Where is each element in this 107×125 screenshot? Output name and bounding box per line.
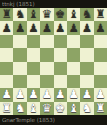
bottom-player-name: GnarTemple (1853) [2, 117, 55, 123]
black-knight-icon[interactable]: ♞ [80, 8, 93, 21]
square-b4[interactable] [13, 62, 26, 75]
white-king-icon[interactable]: ♚ [54, 102, 67, 115]
square-h7[interactable]: ♟ [94, 21, 107, 34]
black-pawn-icon[interactable]: ♟ [40, 21, 53, 34]
square-f4[interactable] [67, 62, 80, 75]
white-pawn-icon[interactable]: ♟ [0, 88, 13, 101]
white-bishop-icon[interactable]: ♝ [27, 102, 40, 115]
square-a1[interactable]: ♜ [0, 102, 13, 115]
square-h5[interactable] [94, 48, 107, 61]
square-e4[interactable] [54, 62, 67, 75]
black-knight-icon[interactable]: ♞ [13, 8, 26, 21]
square-e3[interactable] [54, 75, 67, 88]
square-b6[interactable] [13, 35, 26, 48]
square-a4[interactable] [0, 62, 13, 75]
chess-board[interactable]: ♜♞♝♛♚♝♞♜♟♟♟♟♟♟♟♟♟♟♟♟♟♟♟♟♜♞♝♛♚♝♞♜ [0, 8, 107, 115]
square-f7[interactable]: ♟ [67, 21, 80, 34]
square-d8[interactable]: ♛ [40, 8, 53, 21]
white-rook-icon[interactable]: ♜ [94, 102, 107, 115]
square-h4[interactable] [94, 62, 107, 75]
square-a6[interactable] [0, 35, 13, 48]
white-queen-icon[interactable]: ♛ [40, 102, 53, 115]
square-e6[interactable] [54, 35, 67, 48]
square-d2[interactable]: ♟ [40, 88, 53, 101]
white-rook-icon[interactable]: ♜ [0, 102, 13, 115]
square-b7[interactable]: ♟ [13, 21, 26, 34]
square-g5[interactable] [80, 48, 93, 61]
black-pawn-icon[interactable]: ♟ [0, 21, 13, 34]
square-g4[interactable] [80, 62, 93, 75]
square-h2[interactable]: ♟ [94, 88, 107, 101]
square-c1[interactable]: ♝ [27, 102, 40, 115]
square-f8[interactable]: ♝ [67, 8, 80, 21]
black-pawn-icon[interactable]: ♟ [13, 21, 26, 34]
square-f3[interactable] [67, 75, 80, 88]
square-b5[interactable] [13, 48, 26, 61]
black-pawn-icon[interactable]: ♟ [54, 21, 67, 34]
black-pawn-icon[interactable]: ♟ [80, 21, 93, 34]
black-king-icon[interactable]: ♚ [54, 8, 67, 21]
bottom-player-bar: GnarTemple (1853) [0, 115, 107, 125]
top-player-name: ttnkj (1851) [2, 1, 35, 7]
square-a3[interactable] [0, 75, 13, 88]
square-d4[interactable] [40, 62, 53, 75]
white-pawn-icon[interactable]: ♟ [67, 88, 80, 101]
square-b2[interactable]: ♟ [13, 88, 26, 101]
square-g7[interactable]: ♟ [80, 21, 93, 34]
white-pawn-icon[interactable]: ♟ [94, 88, 107, 101]
square-g8[interactable]: ♞ [80, 8, 93, 21]
square-e5[interactable] [54, 48, 67, 61]
square-f2[interactable]: ♟ [67, 88, 80, 101]
square-a8[interactable]: ♜ [0, 8, 13, 21]
square-f5[interactable] [67, 48, 80, 61]
square-d3[interactable] [40, 75, 53, 88]
square-f1[interactable]: ♝ [67, 102, 80, 115]
black-pawn-icon[interactable]: ♟ [67, 21, 80, 34]
square-b3[interactable] [13, 75, 26, 88]
square-c4[interactable] [27, 62, 40, 75]
square-c7[interactable]: ♟ [27, 21, 40, 34]
chess-game-miniature[interactable]: ttnkj (1851) ♜♞♝♛♚♝♞♜♟♟♟♟♟♟♟♟♟♟♟♟♟♟♟♟♜♞♝… [0, 0, 107, 125]
square-a2[interactable]: ♟ [0, 88, 13, 101]
square-h6[interactable] [94, 35, 107, 48]
square-g6[interactable] [80, 35, 93, 48]
square-c8[interactable]: ♝ [27, 8, 40, 21]
square-d6[interactable] [40, 35, 53, 48]
square-g3[interactable] [80, 75, 93, 88]
white-pawn-icon[interactable]: ♟ [54, 88, 67, 101]
white-pawn-icon[interactable]: ♟ [40, 88, 53, 101]
black-bishop-icon[interactable]: ♝ [27, 8, 40, 21]
square-h3[interactable] [94, 75, 107, 88]
square-c5[interactable] [27, 48, 40, 61]
black-rook-icon[interactable]: ♜ [0, 8, 13, 21]
square-f6[interactable] [67, 35, 80, 48]
square-d5[interactable] [40, 48, 53, 61]
square-g1[interactable]: ♞ [80, 102, 93, 115]
square-e2[interactable]: ♟ [54, 88, 67, 101]
square-d1[interactable]: ♛ [40, 102, 53, 115]
square-h8[interactable]: ♜ [94, 8, 107, 21]
square-h1[interactable]: ♜ [94, 102, 107, 115]
white-pawn-icon[interactable]: ♟ [13, 88, 26, 101]
square-c2[interactable]: ♟ [27, 88, 40, 101]
square-e1[interactable]: ♚ [54, 102, 67, 115]
square-c6[interactable] [27, 35, 40, 48]
white-knight-icon[interactable]: ♞ [13, 102, 26, 115]
square-a5[interactable] [0, 48, 13, 61]
black-rook-icon[interactable]: ♜ [94, 8, 107, 21]
white-pawn-icon[interactable]: ♟ [27, 88, 40, 101]
square-b8[interactable]: ♞ [13, 8, 26, 21]
black-bishop-icon[interactable]: ♝ [67, 8, 80, 21]
black-pawn-icon[interactable]: ♟ [94, 21, 107, 34]
black-pawn-icon[interactable]: ♟ [27, 21, 40, 34]
white-knight-icon[interactable]: ♞ [80, 102, 93, 115]
square-b1[interactable]: ♞ [13, 102, 26, 115]
square-e7[interactable]: ♟ [54, 21, 67, 34]
white-pawn-icon[interactable]: ♟ [80, 88, 93, 101]
square-c3[interactable] [27, 75, 40, 88]
black-queen-icon[interactable]: ♛ [40, 8, 53, 21]
square-e8[interactable]: ♚ [54, 8, 67, 21]
square-g2[interactable]: ♟ [80, 88, 93, 101]
square-a7[interactable]: ♟ [0, 21, 13, 34]
square-d7[interactable]: ♟ [40, 21, 53, 34]
white-bishop-icon[interactable]: ♝ [67, 102, 80, 115]
